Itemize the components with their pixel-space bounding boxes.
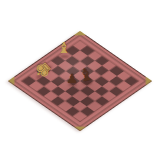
photo-canvas: ♝♚♝♟ (0, 0, 160, 160)
black-bishop: ♝ (77, 65, 96, 85)
black-pawn: ♟ (66, 72, 78, 85)
white-bishop: ♝ (57, 41, 70, 56)
white-king: ♚ (30, 57, 56, 82)
pieces-layer: ♝♚♝♟ (0, 0, 160, 160)
